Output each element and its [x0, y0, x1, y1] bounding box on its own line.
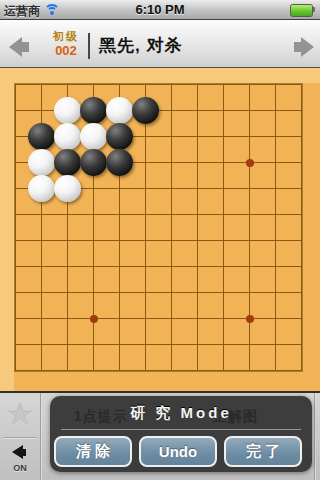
white-stone[interactable] [54, 175, 81, 202]
black-stone[interactable] [80, 97, 107, 124]
white-stone[interactable] [106, 97, 133, 124]
white-stone[interactable] [28, 175, 55, 202]
black-stone[interactable] [54, 149, 81, 176]
problem-number: 002 [46, 44, 86, 57]
status-bar: 运营商 6:10 PM [0, 0, 320, 20]
go-board[interactable] [0, 67, 320, 393]
toolbar-divider [40, 393, 41, 480]
undo-button[interactable]: Undo [139, 436, 217, 467]
black-stone[interactable] [132, 97, 159, 124]
sound-state-label: ON [0, 463, 40, 473]
star-point [246, 315, 254, 323]
favorite-button[interactable]: ★ [0, 395, 40, 437]
white-stone[interactable] [54, 97, 81, 124]
speaker-icon [12, 444, 28, 460]
board-left-margin [0, 67, 14, 391]
next-problem-button[interactable] [292, 37, 314, 57]
nav-divider [88, 33, 90, 59]
problem-title: 黑先, 对杀 [99, 34, 182, 57]
toolbar-divider [314, 393, 315, 480]
done-button[interactable]: 完 了 [224, 436, 302, 467]
battery-icon [290, 4, 313, 17]
nav-bar: 初级 002 黑先, 对杀 [0, 20, 320, 68]
panel-separator [61, 429, 301, 430]
previous-problem-button[interactable] [9, 37, 31, 57]
star-point [90, 315, 98, 323]
board-top-margin [0, 67, 320, 83]
black-stone[interactable] [106, 123, 133, 150]
app-screen: 运营商 6:10 PM 初级 002 黑先, 对杀 [0, 0, 320, 480]
sound-toggle-button[interactable]: ON [0, 439, 40, 479]
white-stone[interactable] [54, 123, 81, 150]
research-mode-title: 研 究 Mode [50, 404, 312, 423]
status-time: 6:10 PM [0, 2, 320, 17]
white-stone[interactable] [80, 123, 107, 150]
problem-level: 初级 002 [46, 31, 86, 57]
black-stone[interactable] [28, 123, 55, 150]
clear-button[interactable]: 清 除 [54, 436, 132, 467]
black-stone[interactable] [106, 149, 133, 176]
star-icon: ★ [6, 397, 34, 432]
panel-buttons: 清 除 Undo 完 了 [54, 436, 302, 467]
level-label: 初级 [46, 31, 86, 42]
research-mode-panel: 1点提示 正解图 研 究 Mode 清 除 Undo 完 了 [50, 396, 312, 472]
white-stone[interactable] [28, 149, 55, 176]
toolbar-divider [3, 437, 37, 438]
star-point [246, 159, 254, 167]
arrow-right-icon [301, 37, 314, 57]
black-stone[interactable] [80, 149, 107, 176]
